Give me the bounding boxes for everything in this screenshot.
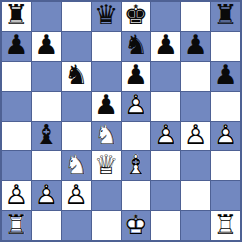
square-c1[interactable] [62, 211, 91, 240]
square-f3[interactable] [151, 151, 180, 180]
square-a4[interactable] [2, 122, 31, 151]
white-rook: ♜♖ [211, 211, 240, 240]
square-d8[interactable]: ♛ [92, 2, 121, 31]
white-knight: ♞♘ [62, 151, 91, 180]
square-e2[interactable] [122, 181, 151, 210]
white-pawn: ♟♙ [181, 122, 210, 151]
black-rook-glyph: ♜ [213, 2, 237, 29]
square-f5[interactable] [151, 92, 180, 121]
black-knight-glyph: ♞ [64, 62, 88, 89]
black-rook: ♜ [211, 2, 240, 31]
black-pawn: ♟ [211, 62, 240, 91]
square-e1[interactable]: ♚♔ [122, 211, 151, 240]
square-d2[interactable] [92, 181, 121, 210]
square-h2[interactable] [211, 181, 240, 210]
black-knight: ♞ [62, 62, 91, 91]
square-e8[interactable]: ♚ [122, 2, 151, 31]
white-pawn: ♟♙ [151, 122, 180, 151]
white-king: ♚♔ [122, 211, 151, 240]
black-rook: ♜ [2, 2, 31, 31]
white-pawn-outline-glyph: ♙ [64, 181, 88, 208]
square-c6[interactable]: ♞ [62, 62, 91, 91]
square-c7[interactable] [62, 32, 91, 61]
black-bishop: ♝ [32, 122, 61, 151]
black-pawn-glyph: ♟ [154, 32, 178, 59]
black-knight: ♞ [122, 32, 151, 61]
square-e4[interactable] [122, 122, 151, 151]
white-knight-outline-glyph: ♘ [94, 122, 118, 149]
black-pawn: ♟ [32, 32, 61, 61]
square-e6[interactable]: ♟ [122, 62, 151, 91]
white-rook: ♜♖ [2, 211, 31, 240]
square-b7[interactable]: ♟ [32, 32, 61, 61]
square-c4[interactable] [62, 122, 91, 151]
square-b4[interactable]: ♝ [32, 122, 61, 151]
black-pawn: ♟ [181, 32, 210, 61]
square-d5[interactable]: ♟ [92, 92, 121, 121]
white-pawn: ♟♙ [32, 181, 61, 210]
black-king: ♚ [122, 2, 151, 31]
black-pawn-glyph: ♟ [4, 32, 28, 59]
square-h7[interactable] [211, 32, 240, 61]
square-d3[interactable]: ♛♕ [92, 151, 121, 180]
square-b8[interactable] [32, 2, 61, 31]
square-d7[interactable] [92, 32, 121, 61]
black-pawn-glyph: ♟ [213, 62, 237, 89]
square-a6[interactable] [2, 62, 31, 91]
square-b3[interactable] [32, 151, 61, 180]
white-pawn-outline-glyph: ♙ [34, 181, 58, 208]
square-c5[interactable] [62, 92, 91, 121]
square-a8[interactable]: ♜ [2, 2, 31, 31]
square-g5[interactable] [181, 92, 210, 121]
white-pawn: ♟♙ [211, 122, 240, 151]
white-pawn: ♟♙ [62, 181, 91, 210]
black-rook-glyph: ♜ [4, 2, 28, 29]
white-rook-outline-glyph: ♖ [4, 211, 28, 238]
white-bishop: ♝♗ [122, 151, 151, 180]
square-g2[interactable] [181, 181, 210, 210]
square-a1[interactable]: ♜♖ [2, 211, 31, 240]
black-pawn-glyph: ♟ [94, 92, 118, 119]
square-a2[interactable]: ♟♙ [2, 181, 31, 210]
square-g8[interactable] [181, 2, 210, 31]
white-pawn-outline-glyph: ♙ [124, 92, 148, 119]
white-rook-outline-glyph: ♖ [213, 211, 237, 238]
square-c3[interactable]: ♞♘ [62, 151, 91, 180]
square-a7[interactable]: ♟ [2, 32, 31, 61]
square-f8[interactable] [151, 2, 180, 31]
square-e3[interactable]: ♝♗ [122, 151, 151, 180]
square-g7[interactable]: ♟ [181, 32, 210, 61]
square-f1[interactable] [151, 211, 180, 240]
square-b2[interactable]: ♟♙ [32, 181, 61, 210]
square-g3[interactable] [181, 151, 210, 180]
black-knight-glyph: ♞ [124, 32, 148, 59]
square-b1[interactable] [32, 211, 61, 240]
black-king-glyph: ♚ [124, 2, 148, 29]
white-pawn-outline-glyph: ♙ [213, 122, 237, 149]
square-a5[interactable] [2, 92, 31, 121]
white-pawn-outline-glyph: ♙ [184, 122, 208, 149]
chess-board: ♜♛♚♜♟♟♞♟♟♞♟♟♟♟♙♝♞♘♟♙♟♙♟♙♞♘♛♕♝♗♟♙♟♙♟♙♜♖♚♔… [0, 0, 242, 242]
square-b6[interactable] [32, 62, 61, 91]
square-d6[interactable] [92, 62, 121, 91]
black-queen: ♛ [92, 2, 121, 31]
black-bishop-glyph: ♝ [34, 122, 58, 149]
square-c8[interactable] [62, 2, 91, 31]
white-pawn: ♟♙ [122, 92, 151, 121]
black-pawn: ♟ [151, 32, 180, 61]
square-h6[interactable]: ♟ [211, 62, 240, 91]
white-pawn-outline-glyph: ♙ [154, 122, 178, 149]
square-h1[interactable]: ♜♖ [211, 211, 240, 240]
black-queen-glyph: ♛ [94, 2, 118, 29]
square-h4[interactable]: ♟♙ [211, 122, 240, 151]
white-bishop-outline-glyph: ♗ [124, 151, 148, 178]
square-g6[interactable] [181, 62, 210, 91]
square-h3[interactable] [211, 151, 240, 180]
square-f4[interactable]: ♟♙ [151, 122, 180, 151]
square-g4[interactable]: ♟♙ [181, 122, 210, 151]
square-d4[interactable]: ♞♘ [92, 122, 121, 151]
square-b5[interactable] [32, 92, 61, 121]
square-f7[interactable]: ♟ [151, 32, 180, 61]
white-queen-outline-glyph: ♕ [94, 151, 118, 178]
black-pawn: ♟ [92, 92, 121, 121]
white-pawn: ♟♙ [2, 181, 31, 210]
white-king-outline-glyph: ♔ [124, 211, 148, 238]
black-pawn-glyph: ♟ [124, 62, 148, 89]
square-d1[interactable] [92, 211, 121, 240]
square-f2[interactable] [151, 181, 180, 210]
black-pawn-glyph: ♟ [34, 32, 58, 59]
square-h8[interactable]: ♜ [211, 2, 240, 31]
black-pawn-glyph: ♟ [184, 32, 208, 59]
square-e5[interactable]: ♟♙ [122, 92, 151, 121]
square-e7[interactable]: ♞ [122, 32, 151, 61]
white-queen: ♛♕ [92, 151, 121, 180]
square-a3[interactable] [2, 151, 31, 180]
white-knight-outline-glyph: ♘ [64, 151, 88, 178]
white-knight: ♞♘ [92, 122, 121, 151]
black-pawn: ♟ [122, 62, 151, 91]
square-g1[interactable] [181, 211, 210, 240]
white-pawn-outline-glyph: ♙ [4, 181, 28, 208]
black-pawn: ♟ [2, 32, 31, 61]
square-h5[interactable] [211, 92, 240, 121]
square-f6[interactable] [151, 62, 180, 91]
square-c2[interactable]: ♟♙ [62, 181, 91, 210]
